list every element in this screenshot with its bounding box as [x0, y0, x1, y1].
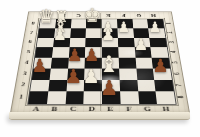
piece-white-pawn-f7: ♟	[117, 20, 130, 34]
piece-brown-pawn-e1: ♟	[100, 79, 118, 99]
chessboard-photo: ABCDEFGH ABCDEFGH 87654321 12345678 ♛♜♚♝…	[0, 0, 200, 137]
piece-brown-pawn-d4: ♟	[84, 47, 99, 64]
piece-brown-pawn-h3: ♟	[152, 57, 168, 75]
piece-white-pawn-e6: ♟	[101, 28, 115, 43]
piece-white-pawn-g5: ♟	[134, 37, 149, 53]
pieces-layer: ♛♜♚♝♟♟♟♟♟♟♝♟♟♟♟♟♟♟	[0, 0, 200, 137]
piece-brown-pawn-a3: ♟	[32, 57, 48, 75]
piece-brown-pawn-c4: ♟	[67, 47, 82, 64]
piece-white-pawn-b6: ♟	[53, 28, 67, 43]
piece-brown-pawn-c2: ♟	[65, 68, 82, 87]
piece-white-bishop-e3: ♝	[98, 53, 118, 76]
piece-white-pawn-d2: ♟	[83, 68, 100, 87]
piece-white-king-d8: ♚	[84, 6, 102, 26]
piece-white-pawn-h7: ♟	[149, 20, 162, 34]
